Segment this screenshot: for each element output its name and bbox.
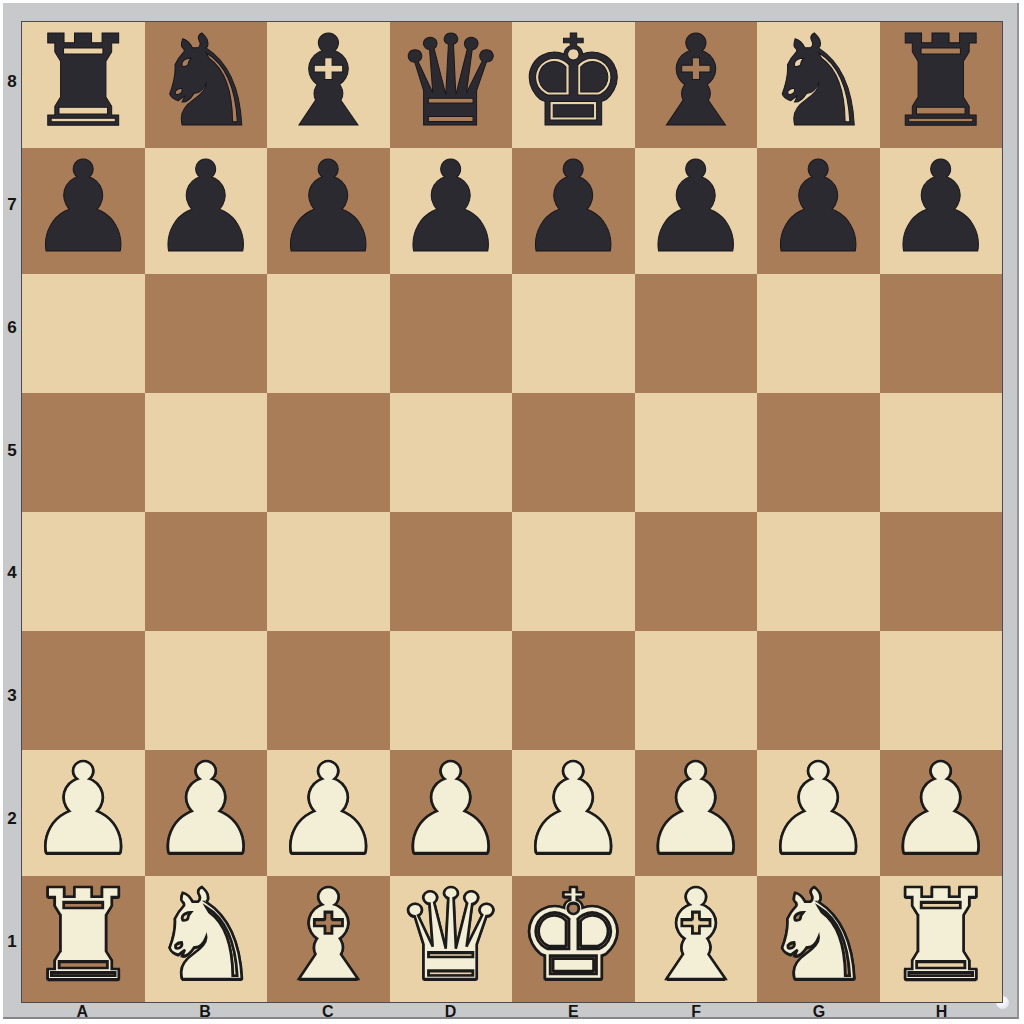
square-a4[interactable] — [22, 512, 145, 631]
white-pawn-piece[interactable]: ♟ — [27, 747, 140, 873]
black-rook-piece[interactable]: ♜ — [27, 19, 140, 145]
rank-label-6: 6 — [3, 267, 21, 390]
white-pawn-piece[interactable]: ♟ — [149, 747, 262, 873]
black-pawn-piece[interactable]: ♟ — [27, 145, 140, 271]
square-e3[interactable] — [512, 631, 635, 750]
square-b5[interactable] — [145, 393, 268, 512]
square-a7[interactable]: ♟ — [22, 148, 145, 274]
rank-label-1: 1 — [3, 880, 21, 1003]
square-c3[interactable] — [267, 631, 390, 750]
square-d5[interactable] — [390, 393, 513, 512]
white-rook-piece[interactable]: ♜ — [884, 873, 997, 999]
white-bishop-piece[interactable]: ♝ — [639, 873, 752, 999]
square-h3[interactable] — [880, 631, 1003, 750]
white-pawn-piece[interactable]: ♟ — [272, 747, 385, 873]
square-d6[interactable] — [390, 274, 513, 393]
square-f5[interactable] — [635, 393, 758, 512]
black-pawn-piece[interactable]: ♟ — [762, 145, 875, 271]
square-f7[interactable]: ♟ — [635, 148, 758, 274]
square-d2[interactable]: ♟ — [390, 750, 513, 876]
square-g7[interactable]: ♟ — [757, 148, 880, 274]
black-pawn-piece[interactable]: ♟ — [149, 145, 262, 271]
square-g2[interactable]: ♟ — [757, 750, 880, 876]
square-a6[interactable] — [22, 274, 145, 393]
square-e6[interactable] — [512, 274, 635, 393]
board: ♜♞♝♛♚♝♞♜♟♟♟♟♟♟♟♟♟♟♟♟♟♟♟♟♜♞♝♛♚♝♞♜ — [21, 21, 1003, 1003]
square-d4[interactable] — [390, 512, 513, 631]
white-pawn-piece[interactable]: ♟ — [394, 747, 507, 873]
square-d8[interactable]: ♛ — [390, 22, 513, 148]
rank-label-7: 7 — [3, 144, 21, 267]
square-e4[interactable] — [512, 512, 635, 631]
square-g4[interactable] — [757, 512, 880, 631]
square-f2[interactable]: ♟ — [635, 750, 758, 876]
square-h1[interactable]: ♜ — [880, 876, 1003, 1002]
square-c5[interactable] — [267, 393, 390, 512]
square-c8[interactable]: ♝ — [267, 22, 390, 148]
square-b1[interactable]: ♞ — [145, 876, 268, 1002]
black-queen-piece[interactable]: ♛ — [394, 19, 507, 145]
square-a1[interactable]: ♜ — [22, 876, 145, 1002]
square-h2[interactable]: ♟ — [880, 750, 1003, 876]
square-h7[interactable]: ♟ — [880, 148, 1003, 274]
rank-labels: 87654321 — [3, 21, 21, 1003]
rank-label-5: 5 — [3, 389, 21, 512]
square-f6[interactable] — [635, 274, 758, 393]
rank-label-2: 2 — [3, 758, 21, 881]
square-h8[interactable]: ♜ — [880, 22, 1003, 148]
square-e7[interactable]: ♟ — [512, 148, 635, 274]
square-f1[interactable]: ♝ — [635, 876, 758, 1002]
black-pawn-piece[interactable]: ♟ — [517, 145, 630, 271]
rank-label-4: 4 — [3, 512, 21, 635]
square-d7[interactable]: ♟ — [390, 148, 513, 274]
black-pawn-piece[interactable]: ♟ — [639, 145, 752, 271]
square-d1[interactable]: ♛ — [390, 876, 513, 1002]
white-pawn-piece[interactable]: ♟ — [884, 747, 997, 873]
white-knight-piece[interactable]: ♞ — [149, 873, 262, 999]
white-rook-piece[interactable]: ♜ — [27, 873, 140, 999]
square-b4[interactable] — [145, 512, 268, 631]
square-e8[interactable]: ♚ — [512, 22, 635, 148]
square-c4[interactable] — [267, 512, 390, 631]
black-rook-piece[interactable]: ♜ — [884, 19, 997, 145]
square-g1[interactable]: ♞ — [757, 876, 880, 1002]
square-c7[interactable]: ♟ — [267, 148, 390, 274]
square-c2[interactable]: ♟ — [267, 750, 390, 876]
black-knight-piece[interactable]: ♞ — [149, 19, 262, 145]
square-h5[interactable] — [880, 393, 1003, 512]
square-b2[interactable]: ♟ — [145, 750, 268, 876]
square-g6[interactable] — [757, 274, 880, 393]
rank-label-8: 8 — [3, 21, 21, 144]
square-b3[interactable] — [145, 631, 268, 750]
white-knight-piece[interactable]: ♞ — [762, 873, 875, 999]
square-h4[interactable] — [880, 512, 1003, 631]
black-pawn-piece[interactable]: ♟ — [884, 145, 997, 271]
white-pawn-piece[interactable]: ♟ — [762, 747, 875, 873]
square-c6[interactable] — [267, 274, 390, 393]
white-bishop-piece[interactable]: ♝ — [272, 873, 385, 999]
square-h6[interactable] — [880, 274, 1003, 393]
square-d3[interactable] — [390, 631, 513, 750]
square-a8[interactable]: ♜ — [22, 22, 145, 148]
square-b6[interactable] — [145, 274, 268, 393]
square-b7[interactable]: ♟ — [145, 148, 268, 274]
square-f8[interactable]: ♝ — [635, 22, 758, 148]
square-e1[interactable]: ♚ — [512, 876, 635, 1002]
square-e5[interactable] — [512, 393, 635, 512]
square-c1[interactable]: ♝ — [267, 876, 390, 1002]
square-a3[interactable] — [22, 631, 145, 750]
square-g8[interactable]: ♞ — [757, 22, 880, 148]
rank-label-3: 3 — [3, 635, 21, 758]
white-pawn-piece[interactable]: ♟ — [517, 747, 630, 873]
white-pawn-piece[interactable]: ♟ — [639, 747, 752, 873]
black-bishop-piece[interactable]: ♝ — [272, 19, 385, 145]
square-g3[interactable] — [757, 631, 880, 750]
white-king-piece[interactable]: ♚ — [517, 873, 630, 999]
black-pawn-piece[interactable]: ♟ — [394, 145, 507, 271]
square-f3[interactable] — [635, 631, 758, 750]
square-e2[interactable]: ♟ — [512, 750, 635, 876]
square-b8[interactable]: ♞ — [145, 22, 268, 148]
square-a2[interactable]: ♟ — [22, 750, 145, 876]
black-king-piece[interactable]: ♚ — [517, 19, 630, 145]
square-a5[interactable] — [22, 393, 145, 512]
black-bishop-piece[interactable]: ♝ — [639, 19, 752, 145]
white-queen-piece[interactable]: ♛ — [394, 873, 507, 999]
black-pawn-piece[interactable]: ♟ — [272, 145, 385, 271]
square-f4[interactable] — [635, 512, 758, 631]
square-g5[interactable] — [757, 393, 880, 512]
black-knight-piece[interactable]: ♞ — [762, 19, 875, 145]
